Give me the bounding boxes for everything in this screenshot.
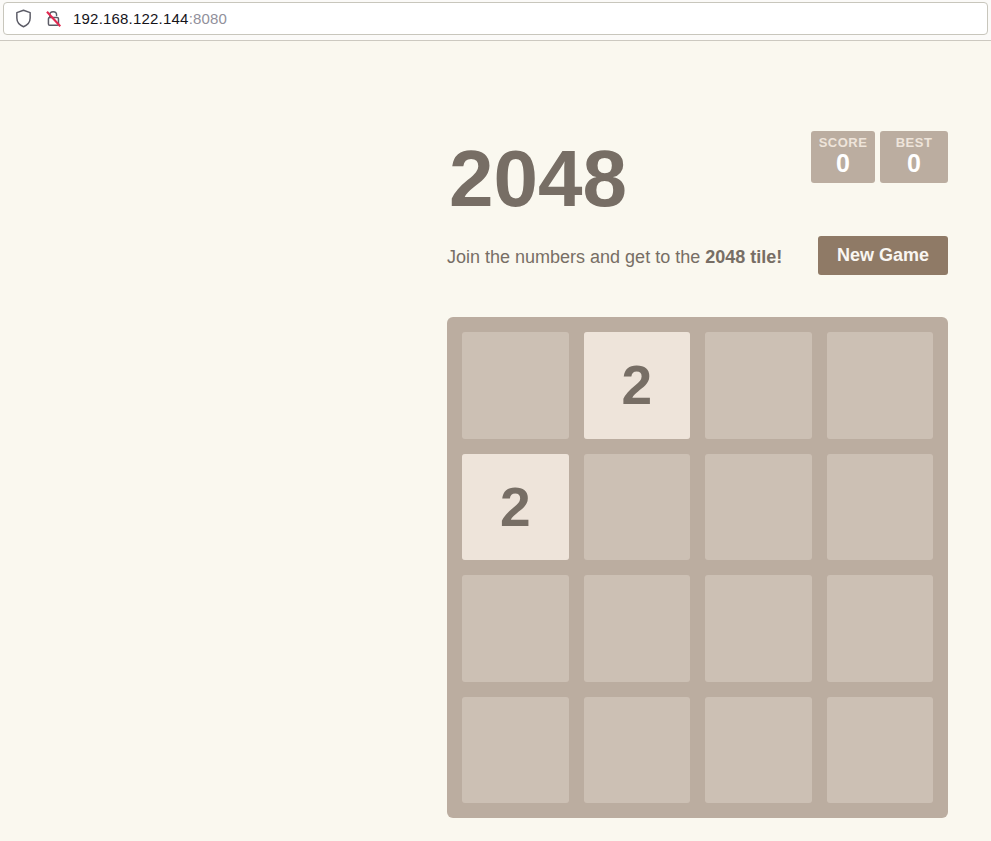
url-text[interactable]: 192.168.122.144:8080 <box>73 10 227 27</box>
address-bar[interactable]: 192.168.122.144:8080 <box>3 2 988 35</box>
new-game-button[interactable]: New Game <box>818 236 948 275</box>
shield-icon[interactable] <box>13 9 33 29</box>
score-value: 0 <box>836 150 850 178</box>
board-cell-r3c1 <box>584 697 691 804</box>
board-cell-r2c0 <box>462 575 569 682</box>
board-cell-r3c0 <box>462 697 569 804</box>
board-cell-r0c2 <box>705 332 812 439</box>
best-box: BEST 0 <box>880 131 948 183</box>
board-cell-r1c3 <box>827 454 934 561</box>
browser-toolbar: 192.168.122.144:8080 <box>0 0 991 41</box>
board-cell-r3c2 <box>705 697 812 804</box>
board-cell-r2c3 <box>827 575 934 682</box>
game-board: 22 <box>447 317 948 818</box>
intro-text-bold: 2048 tile! <box>705 247 782 267</box>
intro-text-plain: Join the numbers and get to the <box>447 247 705 267</box>
score-box: SCORE 0 <box>811 131 875 183</box>
board-cell-r3c3 <box>827 697 934 804</box>
intro-text: Join the numbers and get to the 2048 til… <box>447 246 782 268</box>
board-cell-r0c1: 2 <box>584 332 691 439</box>
tile-2: 2 <box>584 332 691 439</box>
best-label: BEST <box>896 136 933 150</box>
board-cell-r1c1 <box>584 454 691 561</box>
board-cell-r0c3 <box>827 332 934 439</box>
board-cell-r0c0 <box>462 332 569 439</box>
insecure-lock-icon[interactable] <box>43 9 63 29</box>
board-cell-r1c2 <box>705 454 812 561</box>
score-label: SCORE <box>819 136 868 150</box>
url-host: 192.168.122.144 <box>73 10 189 27</box>
tile-2: 2 <box>462 454 569 561</box>
board-cell-r1c0: 2 <box>462 454 569 561</box>
board-cell-r2c1 <box>584 575 691 682</box>
page-title: 2048 <box>449 139 627 219</box>
url-port: :8080 <box>189 10 228 27</box>
board-cell-r2c2 <box>705 575 812 682</box>
best-value: 0 <box>907 150 921 178</box>
